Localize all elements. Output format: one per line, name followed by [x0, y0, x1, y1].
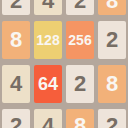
tile-r3c3-value-2: 2	[98, 109, 126, 128]
tile-r3c1-value-4: 4	[34, 109, 62, 128]
tile-number: 2	[74, 73, 86, 95]
tile-r1c3-value-2: 2	[98, 21, 126, 59]
tile-number: 8	[10, 29, 22, 51]
tile-number: 2	[106, 115, 118, 128]
tile-r1c0-value-8: 8	[2, 21, 30, 59]
tile-r0c2-value-2: 2	[66, 0, 94, 15]
tile-r2c1-value-64: 64	[34, 65, 62, 103]
tile-number: 2	[106, 29, 118, 51]
tile-r0c3-value-8: 8	[98, 0, 126, 15]
tile-r1c1-value-128: 128	[34, 21, 62, 59]
tile-r2c3-value-8: 8	[98, 65, 126, 103]
tile-r1c2-value-256: 256	[66, 21, 94, 59]
tile-number: 4	[42, 0, 54, 12]
tile-number: 128	[36, 33, 59, 47]
tile-number: 2	[10, 115, 22, 128]
tile-number: 256	[68, 33, 91, 47]
tile-r3c0-value-2: 2	[2, 109, 30, 128]
tile-number: 4	[10, 73, 22, 95]
tile-number: 4	[42, 115, 54, 128]
tile-r3c2-value-8: 8	[66, 109, 94, 128]
tile-r0c1-value-4: 4	[34, 0, 62, 15]
game-2048-screen: 242881282562464282482	[0, 0, 128, 128]
tile-number: 64	[38, 75, 58, 93]
tile-r2c2-value-2: 2	[66, 65, 94, 103]
tile-number: 8	[106, 73, 118, 95]
tile-number: 2	[74, 0, 86, 12]
tile-r2c0-value-4: 4	[2, 65, 30, 103]
board-2048[interactable]: 242881282562464282482	[2, 0, 126, 128]
tile-number: 8	[74, 115, 86, 128]
tile-r0c0-value-2: 2	[2, 0, 30, 15]
tile-number: 2	[10, 0, 22, 12]
tile-number: 8	[106, 0, 118, 12]
